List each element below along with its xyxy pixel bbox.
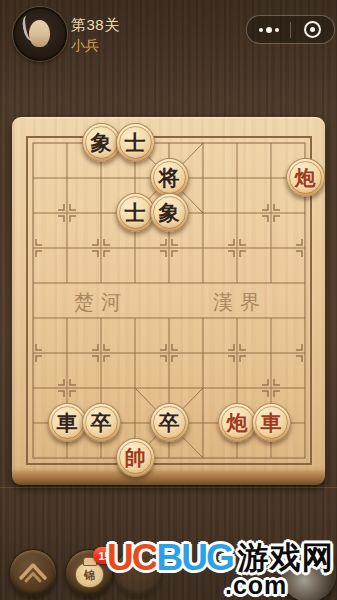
- piece-black-soldier[interactable]: 卒: [82, 403, 121, 442]
- piece-character: 卒: [91, 412, 112, 433]
- piece-character: 将: [159, 167, 180, 188]
- piece-black-advisor[interactable]: 士: [116, 123, 155, 162]
- piece-character: 車: [57, 412, 78, 433]
- watermark-bug: BUG: [156, 539, 232, 576]
- player-name: 小兵: [71, 37, 99, 55]
- piece-character: 卒: [159, 412, 180, 433]
- piece-character: 士: [125, 132, 146, 153]
- piece-red-cannon[interactable]: 炮: [286, 158, 325, 197]
- board-points: 象士将炮士象車卒卒炮車帥: [16, 125, 322, 475]
- level-title: 第38关: [71, 16, 120, 35]
- piece-character: 士: [125, 202, 146, 223]
- more-dot-icon: [259, 28, 263, 32]
- piece-black-soldier[interactable]: 卒: [150, 403, 189, 442]
- xiangqi-app: 第38关 小兵 楚河 漢界 象士将炮士象車卒卒炮車帥: [0, 0, 337, 600]
- piece-red-chariot[interactable]: 車: [252, 403, 291, 442]
- wechat-capsule: [246, 15, 335, 44]
- piece-black-chariot[interactable]: 車: [48, 403, 87, 442]
- piece-character: 象: [159, 202, 180, 223]
- bag-character: 锦: [84, 568, 95, 583]
- piece-character: 炮: [295, 167, 316, 188]
- expand-menu-button[interactable]: [9, 549, 57, 597]
- piece-character: 炮: [227, 412, 248, 433]
- obscured-button[interactable]: [114, 549, 162, 597]
- piece-red-cannon[interactable]: 炮: [218, 403, 257, 442]
- close-minimize-button[interactable]: [291, 16, 334, 43]
- piece-character: 象: [91, 132, 112, 153]
- piece-black-elephant[interactable]: 象: [82, 123, 121, 162]
- player-avatar: [13, 7, 67, 61]
- money-bag-icon: 锦: [75, 562, 104, 588]
- piece-black-elephant[interactable]: 象: [150, 193, 189, 232]
- target-circle-icon: [304, 21, 321, 38]
- chevron-up-icon: [10, 550, 56, 596]
- more-dot-icon: [266, 27, 272, 33]
- more-button[interactable]: [247, 16, 290, 43]
- footer-separator: [0, 487, 337, 488]
- piece-character: 帥: [125, 447, 146, 468]
- xiangqi-board: 楚河 漢界 象士将炮士象車卒卒炮車帥: [12, 117, 325, 474]
- dark-orb-button[interactable]: [281, 545, 336, 600]
- piece-black-general[interactable]: 将: [150, 158, 189, 197]
- piece-red-general[interactable]: 帥: [116, 438, 155, 477]
- more-dot-icon: [275, 28, 279, 32]
- piece-black-advisor[interactable]: 士: [116, 193, 155, 232]
- piece-character: 車: [261, 412, 282, 433]
- hint-count-badge: 15: [93, 547, 116, 564]
- hint-bag-button[interactable]: 锦 15: [65, 549, 113, 597]
- board-front-edge: [12, 472, 325, 485]
